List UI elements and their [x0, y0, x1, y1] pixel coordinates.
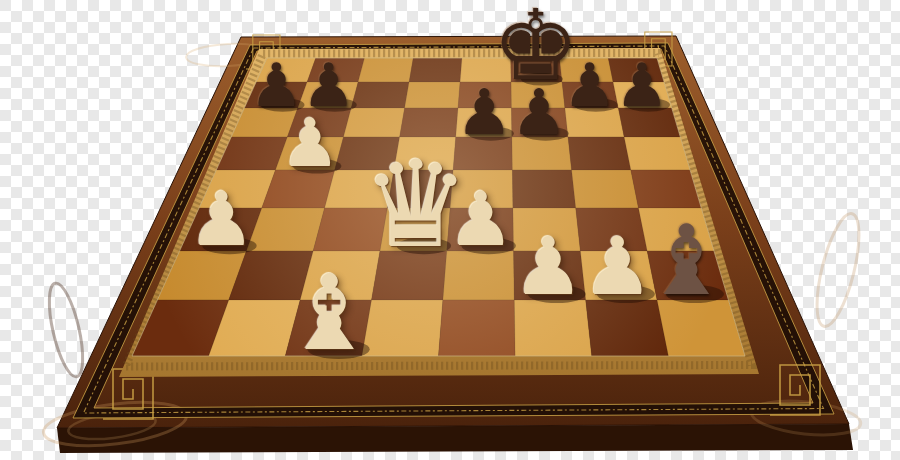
- wood-grain-streak: [808, 210, 867, 330]
- piece-white-pawn-a3[interactable]: ♟: [188, 183, 255, 257]
- piece-black-bishop-h2[interactable]: ♝: [643, 213, 730, 310]
- piece-white-pawn-f2[interactable]: ♟: [513, 227, 584, 307]
- piece-white-pawn-g2[interactable]: ♟: [582, 227, 653, 307]
- piece-black-pawn-h7[interactable]: ♟: [615, 54, 669, 114]
- piece-white-bishop-c1[interactable]: ♝: [283, 262, 376, 366]
- piece-black-pawn-g7[interactable]: ♟: [563, 54, 617, 114]
- wood-grain-streak: [43, 280, 90, 379]
- piece-white-pawn-b5[interactable]: ♟: [281, 110, 340, 176]
- piece-white-pawn-e3[interactable]: ♟: [447, 183, 514, 257]
- piece-black-pawn-f6[interactable]: ♟: [511, 81, 567, 144]
- chessboard-scene: ♚♟♟♟♟♟♟♝♛♟♟♟♟♟♝: [0, 0, 900, 460]
